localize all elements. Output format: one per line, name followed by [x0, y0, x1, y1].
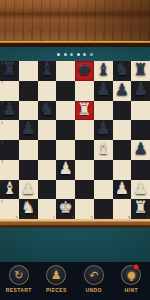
square-f3[interactable]: [94, 160, 113, 180]
square-h5[interactable]: [131, 120, 150, 140]
square-c5[interactable]: [38, 120, 57, 140]
piece-black-rook: ♜: [133, 60, 147, 80]
piece-black-king: ♚: [77, 60, 91, 80]
wood-shading: [0, 0, 150, 41]
piece-black-pawn: ♟: [133, 139, 147, 159]
square-f4[interactable]: ♝: [94, 140, 113, 160]
piece-black-pawn: ♟: [21, 119, 35, 139]
file-label-a: a: [16, 215, 18, 219]
status-dot-5: [83, 53, 86, 56]
rank-label-8: 8: [1, 62, 3, 66]
square-h7[interactable]: ♟: [131, 81, 150, 101]
square-f7[interactable]: ♟: [94, 81, 113, 101]
piece-black-knight: ♞: [115, 60, 129, 80]
square-d7[interactable]: [56, 81, 75, 101]
piece-black-bishop: ♝: [40, 60, 54, 80]
square-e7[interactable]: [75, 81, 94, 101]
piece-white-pawn: ♟: [21, 178, 35, 198]
square-g2[interactable]: ♟: [113, 180, 132, 200]
felt-backdrop-bottom: [0, 228, 150, 262]
status-dots: [0, 47, 150, 61]
pawn-icon: ♟: [51, 270, 62, 281]
square-c6[interactable]: ♞: [38, 101, 57, 121]
square-h6[interactable]: [131, 101, 150, 121]
square-a5[interactable]: 5: [0, 120, 19, 140]
app-screen: 8♜♝♚♝♞♜7♟♟♟6♟♞♜5♟♟4♝♟3♟2♝♟♟♟1ab♞cd♚efgh♜…: [0, 0, 150, 300]
restart-icon: ↻: [14, 270, 23, 281]
piece-white-pawn: ♟: [133, 178, 147, 198]
square-e1[interactable]: e: [75, 199, 94, 219]
piece-black-pawn: ♟: [96, 79, 110, 99]
square-g3[interactable]: [113, 160, 132, 180]
square-d4[interactable]: [56, 140, 75, 160]
lightbulb-icon: [128, 272, 135, 279]
hint-label: HINT: [125, 287, 138, 293]
square-e6[interactable]: ♜: [75, 101, 94, 121]
square-f5[interactable]: ♟: [94, 120, 113, 140]
square-d8[interactable]: [56, 61, 75, 81]
square-a4[interactable]: 4: [0, 140, 19, 160]
square-b2[interactable]: ♟: [19, 180, 38, 200]
file-label-b: b: [34, 215, 36, 219]
undo-icon: ↶: [84, 265, 104, 285]
piece-black-pawn: ♟: [96, 119, 110, 139]
square-h8[interactable]: ♜: [131, 61, 150, 81]
square-d5[interactable]: [56, 120, 75, 140]
piece-white-bishop: ♝: [2, 178, 16, 198]
status-dot-3: [70, 53, 73, 56]
square-g5[interactable]: [113, 120, 132, 140]
square-b5[interactable]: ♟: [19, 120, 38, 140]
square-d2[interactable]: [56, 180, 75, 200]
square-d1[interactable]: d♚: [56, 199, 75, 219]
square-b1[interactable]: b♞: [19, 199, 38, 219]
square-a7[interactable]: 7: [0, 81, 19, 101]
square-e4[interactable]: [75, 140, 94, 160]
square-a6[interactable]: 6♟: [0, 101, 19, 121]
square-f8[interactable]: ♝: [94, 61, 113, 81]
rank-label-3: 3: [1, 160, 3, 164]
square-g4[interactable]: [113, 140, 132, 160]
file-label-d: d: [72, 215, 74, 219]
square-g6[interactable]: [113, 101, 132, 121]
square-a8[interactable]: 8♜: [0, 61, 19, 81]
square-a2[interactable]: 2♝: [0, 180, 19, 200]
file-label-h: h: [147, 215, 149, 219]
square-a3[interactable]: 3: [0, 160, 19, 180]
square-e2[interactable]: [75, 180, 94, 200]
pieces-button[interactable]: ♟PIECES: [39, 265, 73, 293]
hint-button[interactable]: HINT: [114, 265, 148, 293]
rank-label-5: 5: [1, 121, 3, 125]
square-c8[interactable]: ♝: [38, 61, 57, 81]
pieces-label: PIECES: [46, 287, 67, 293]
undo-icon: ↶: [89, 270, 98, 281]
square-d6[interactable]: [56, 101, 75, 121]
rank-label-1: 1: [1, 200, 3, 204]
square-b7[interactable]: [19, 81, 38, 101]
square-f6[interactable]: [94, 101, 113, 121]
piece-white-bishop: ♝: [96, 139, 110, 159]
hint-notification-badge: [133, 264, 139, 270]
rank-label-6: 6: [1, 101, 3, 105]
square-g7[interactable]: ♟: [113, 81, 132, 101]
restart-button[interactable]: ↻RESTART: [2, 265, 36, 293]
status-dot-1: [57, 53, 60, 56]
lightbulb-icon: [121, 265, 141, 285]
square-e3[interactable]: [75, 160, 94, 180]
square-h1[interactable]: h♜: [131, 199, 150, 219]
square-h4[interactable]: ♟: [131, 140, 150, 160]
undo-label: UNDO: [86, 287, 102, 293]
table-ledge: [0, 219, 150, 228]
square-e5[interactable]: [75, 120, 94, 140]
square-f2[interactable]: [94, 180, 113, 200]
square-c4[interactable]: [38, 140, 57, 160]
square-b3[interactable]: [19, 160, 38, 180]
square-h2[interactable]: ♟: [131, 180, 150, 200]
file-label-c: c: [53, 215, 55, 219]
piece-white-knight: ♞: [21, 198, 35, 218]
piece-black-pawn: ♟: [2, 99, 16, 119]
square-c3[interactable]: [38, 160, 57, 180]
status-dot-6: [90, 53, 93, 56]
restart-label: RESTART: [6, 287, 32, 293]
square-b4[interactable]: [19, 140, 38, 160]
chess-board[interactable]: 8♜♝♚♝♞♜7♟♟♟6♟♞♜5♟♟4♝♟3♟2♝♟♟♟1ab♞cd♚efgh♜: [0, 61, 150, 219]
file-label-e: e: [91, 215, 93, 219]
piece-black-bishop: ♝: [96, 60, 110, 80]
square-c1[interactable]: c: [38, 199, 57, 219]
square-b6[interactable]: [19, 101, 38, 121]
piece-white-rook: ♜: [133, 198, 147, 218]
square-g8[interactable]: ♞: [113, 61, 132, 81]
piece-black-pawn: ♟: [115, 79, 129, 99]
square-e8[interactable]: ♚: [75, 61, 94, 81]
square-g1[interactable]: g: [113, 199, 132, 219]
file-label-f: f: [110, 215, 111, 219]
piece-white-pawn: ♟: [115, 178, 129, 198]
rank-label-7: 7: [1, 81, 3, 85]
rank-label-4: 4: [1, 141, 3, 145]
bottom-toolbar: ↻RESTART♟PIECES↶UNDOHINT: [0, 262, 150, 300]
square-c2[interactable]: [38, 180, 57, 200]
square-f1[interactable]: f: [94, 199, 113, 219]
piece-white-king: ♚: [58, 198, 72, 218]
status-dot-4: [77, 53, 80, 56]
square-h3[interactable]: [131, 160, 150, 180]
piece-white-pawn: ♟: [58, 158, 72, 178]
file-label-g: g: [128, 215, 130, 219]
square-d3[interactable]: ♟: [56, 160, 75, 180]
piece-black-pawn: ♟: [133, 79, 147, 99]
square-b8[interactable]: [19, 61, 38, 81]
square-a1[interactable]: 1a: [0, 199, 19, 219]
undo-button[interactable]: ↶UNDO: [77, 265, 111, 293]
status-dot-2: [64, 53, 67, 56]
restart-icon: ↻: [9, 265, 29, 285]
rank-label-2: 2: [1, 180, 3, 184]
piece-black-knight: ♞: [40, 99, 54, 119]
piece-black-rook: ♜: [2, 60, 16, 80]
square-c7[interactable]: [38, 81, 57, 101]
pawn-icon: ♟: [46, 265, 66, 285]
piece-white-rook: ♜: [77, 99, 91, 119]
